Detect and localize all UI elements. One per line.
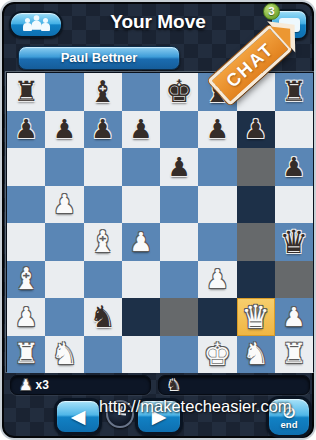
left-arrow-icon: ◀: [71, 405, 86, 428]
white-pawn: ♟: [282, 304, 305, 330]
black-rook: ♜: [281, 78, 306, 106]
square-c3[interactable]: [84, 261, 122, 299]
square-d2[interactable]: [122, 298, 160, 336]
square-g7[interactable]: ♟: [237, 111, 275, 149]
square-e8[interactable]: ♚: [160, 73, 198, 111]
square-d4[interactable]: ♟: [122, 223, 160, 261]
square-d8[interactable]: [122, 73, 160, 111]
watermark-text: http://maketecheasier.com: [99, 397, 292, 416]
square-h3[interactable]: [275, 261, 313, 299]
players-button[interactable]: [9, 11, 63, 38]
black-pawn: ♟: [14, 116, 37, 142]
black-pawn: ♟: [244, 116, 267, 142]
black-bishop: ♝: [89, 77, 116, 107]
square-c6[interactable]: [84, 148, 122, 186]
black-pawn: ♟: [129, 116, 152, 142]
white-pawn: ♟: [53, 191, 76, 217]
square-a5[interactable]: [7, 186, 45, 224]
square-d6[interactable]: [122, 148, 160, 186]
square-b6[interactable]: [45, 148, 83, 186]
chess-app-window: Your Move 3 Paul Bettner ♜♝♚♝♜♟♟♟♟♟♟♟♟♟♝…: [0, 0, 316, 440]
black-queen: ♛: [280, 226, 309, 258]
square-c1[interactable]: [84, 336, 122, 374]
person-icon: [41, 17, 50, 32]
black-king: ♚: [165, 76, 193, 107]
opponent-name-pill[interactable]: Paul Bettner: [18, 46, 180, 70]
square-e6[interactable]: ♟: [160, 148, 198, 186]
square-a1[interactable]: ♜: [7, 336, 45, 374]
white-knight: ♞: [51, 339, 78, 369]
captured-tray-white: ♟ x3: [10, 375, 151, 395]
square-b5[interactable]: ♟: [45, 186, 83, 224]
person-icon: [23, 17, 32, 32]
square-f3[interactable]: ♟: [198, 261, 236, 299]
square-h6[interactable]: ♟: [275, 148, 313, 186]
square-g1[interactable]: ♞: [237, 336, 275, 374]
black-knight: ♞: [89, 302, 116, 332]
chess-board: ♜♝♚♝♜♟♟♟♟♟♟♟♟♟♝♟♛♝♟♟♞♛♟♜♞♚♞♜: [6, 72, 314, 372]
white-rook: ♜: [281, 340, 306, 368]
square-h5[interactable]: [275, 186, 313, 224]
square-h4[interactable]: ♛: [275, 223, 313, 261]
square-e1[interactable]: [160, 336, 198, 374]
square-a6[interactable]: [7, 148, 45, 186]
square-g3[interactable]: [237, 261, 275, 299]
square-b1[interactable]: ♞: [45, 336, 83, 374]
white-knight: ♞: [242, 339, 269, 369]
white-king: ♚: [203, 339, 231, 370]
square-d3[interactable]: [122, 261, 160, 299]
square-c4[interactable]: ♝: [84, 223, 122, 261]
captured-white-pawn-icon: ♟: [19, 378, 32, 393]
square-e2[interactable]: [160, 298, 198, 336]
square-a2[interactable]: ♟: [7, 298, 45, 336]
square-b3[interactable]: [45, 261, 83, 299]
black-rook: ♜: [14, 78, 39, 106]
end-button-label: end: [281, 420, 298, 430]
square-d7[interactable]: ♟: [122, 111, 160, 149]
square-b2[interactable]: [45, 298, 83, 336]
square-d1[interactable]: [122, 336, 160, 374]
square-g6[interactable]: [237, 148, 275, 186]
square-c5[interactable]: [84, 186, 122, 224]
square-a8[interactable]: ♜: [7, 73, 45, 111]
white-pawn: ♟: [206, 266, 229, 292]
white-pawn: ♟: [129, 229, 152, 255]
square-f6[interactable]: [198, 148, 236, 186]
square-h1[interactable]: ♜: [275, 336, 313, 374]
chat-badge: 3: [263, 3, 280, 20]
white-pawn: ♟: [14, 304, 37, 330]
captured-tray-black: ♞: [158, 375, 310, 395]
square-e7[interactable]: [160, 111, 198, 149]
square-h7[interactable]: [275, 111, 313, 149]
square-b8[interactable]: [45, 73, 83, 111]
black-pawn: ♟: [91, 116, 114, 142]
white-queen: ♛: [241, 301, 270, 333]
captured-black-knight-icon: ♞: [167, 378, 180, 393]
black-pawn: ♟: [167, 154, 190, 180]
square-b7[interactable]: ♟: [45, 111, 83, 149]
previous-move-button[interactable]: ◀: [54, 398, 102, 435]
square-e3[interactable]: [160, 261, 198, 299]
square-h2[interactable]: ♟: [275, 298, 313, 336]
square-h8[interactable]: ♜: [275, 73, 313, 111]
white-bishop: ♝: [89, 227, 116, 257]
square-g2[interactable]: ♛: [237, 298, 275, 336]
square-f5[interactable]: [198, 186, 236, 224]
square-f1[interactable]: ♚: [198, 336, 236, 374]
square-a3[interactable]: ♝: [7, 261, 45, 299]
square-f2[interactable]: [198, 298, 236, 336]
person-icon: [31, 14, 41, 31]
square-g5[interactable]: [237, 186, 275, 224]
square-e4[interactable]: [160, 223, 198, 261]
square-g4[interactable]: [237, 223, 275, 261]
square-c2[interactable]: ♞: [84, 298, 122, 336]
square-a4[interactable]: [7, 223, 45, 261]
square-f4[interactable]: [198, 223, 236, 261]
square-c7[interactable]: ♟: [84, 111, 122, 149]
square-a7[interactable]: ♟: [7, 111, 45, 149]
square-b4[interactable]: [45, 223, 83, 261]
white-rook: ♜: [14, 340, 39, 368]
square-c8[interactable]: ♝: [84, 73, 122, 111]
white-bishop: ♝: [13, 264, 40, 294]
black-pawn: ♟: [206, 116, 229, 142]
square-e5[interactable]: [160, 186, 198, 224]
captured-count: x3: [35, 378, 48, 392]
square-d5[interactable]: [122, 186, 160, 224]
square-f7[interactable]: ♟: [198, 111, 236, 149]
black-pawn: ♟: [282, 154, 305, 180]
black-pawn: ♟: [53, 116, 76, 142]
